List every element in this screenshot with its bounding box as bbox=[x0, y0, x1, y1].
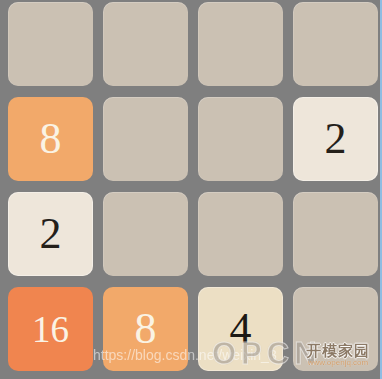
tile-8-r4c2: 8 bbox=[103, 287, 188, 371]
game-screen: 8221684 https://blog.csdn.net/weixin_3 O… bbox=[0, 0, 382, 379]
tile-2-r3c1: 2 bbox=[8, 192, 93, 276]
empty-cell-r2c3 bbox=[198, 97, 283, 181]
board-2048[interactable]: 8221684 bbox=[8, 2, 378, 371]
empty-cell-r1c3 bbox=[198, 2, 283, 86]
tile-8-r2c1: 8 bbox=[8, 97, 93, 181]
empty-cell-r3c2 bbox=[103, 192, 188, 276]
tile-4-r4c3: 4 bbox=[198, 287, 283, 371]
empty-cell-r1c1 bbox=[8, 2, 93, 86]
empty-cell-r1c2 bbox=[103, 2, 188, 86]
empty-cell-r4c4 bbox=[293, 287, 378, 371]
empty-cell-r3c3 bbox=[198, 192, 283, 276]
tile-16-r4c1: 16 bbox=[8, 287, 93, 371]
empty-cell-r3c4 bbox=[293, 192, 378, 276]
empty-cell-r1c4 bbox=[293, 2, 378, 86]
tile-2-r2c4: 2 bbox=[293, 97, 378, 181]
empty-cell-r2c2 bbox=[103, 97, 188, 181]
